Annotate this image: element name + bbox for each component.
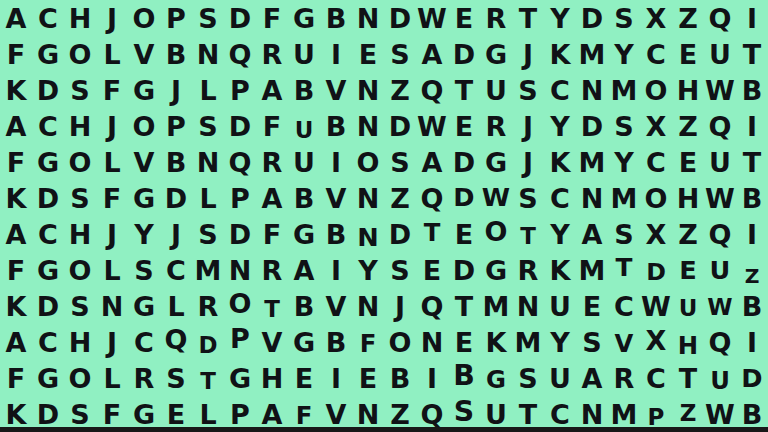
grid-cell[interactable]: H: [64, 108, 96, 144]
grid-cell[interactable]: S: [512, 180, 544, 216]
grid-cell[interactable]: N: [352, 108, 384, 144]
grid-cell[interactable]: S: [192, 0, 224, 36]
grid-cell[interactable]: U: [704, 36, 736, 72]
grid-cell[interactable]: R: [480, 108, 512, 144]
grid-cell[interactable]: I: [416, 360, 448, 396]
grid-cell[interactable]: J: [160, 216, 192, 252]
grid-cell[interactable]: L: [96, 252, 128, 288]
grid-cell[interactable]: N: [192, 144, 224, 180]
grid-cell[interactable]: G: [128, 72, 160, 108]
grid-cell[interactable]: P: [224, 72, 256, 108]
grid-cell[interactable]: C: [32, 324, 64, 360]
grid-cell[interactable]: D: [576, 0, 608, 36]
grid-cell[interactable]: D: [384, 216, 416, 252]
grid-cell[interactable]: S: [128, 252, 160, 288]
grid-cell[interactable]: D: [32, 288, 64, 324]
grid-cell[interactable]: F: [96, 180, 128, 216]
grid-cell[interactable]: T: [736, 36, 768, 72]
grid-cell[interactable]: D: [448, 252, 480, 288]
grid-cell[interactable]: D: [448, 180, 480, 216]
grid-cell[interactable]: Q: [224, 36, 256, 72]
grid-cell[interactable]: I: [736, 216, 768, 252]
grid-cell[interactable]: K: [0, 72, 32, 108]
grid-cell[interactable]: M: [608, 180, 640, 216]
grid-cell[interactable]: D: [384, 108, 416, 144]
grid-cell[interactable]: L: [192, 180, 224, 216]
grid-cell[interactable]: W: [704, 289, 736, 325]
grid-cell[interactable]: G: [288, 0, 320, 36]
grid-cell[interactable]: A: [256, 72, 288, 108]
grid-cell[interactable]: C: [32, 0, 64, 36]
grid-cell[interactable]: G: [480, 144, 512, 180]
grid-cell[interactable]: N: [352, 180, 384, 216]
grid-cell[interactable]: L: [192, 72, 224, 108]
grid-cell[interactable]: P: [160, 108, 192, 144]
grid-cell[interactable]: M: [576, 144, 608, 180]
grid-cell[interactable]: P: [224, 180, 256, 216]
grid-cell[interactable]: G: [288, 324, 320, 360]
grid-cell[interactable]: Z: [384, 180, 416, 216]
grid-cell[interactable]: D: [640, 255, 672, 291]
grid-cell[interactable]: M: [576, 252, 608, 288]
grid-cell[interactable]: Q: [704, 108, 736, 144]
grid-cell[interactable]: U: [288, 144, 320, 180]
grid-cell[interactable]: C: [32, 108, 64, 144]
grid-cell[interactable]: C: [160, 252, 192, 288]
grid-cell[interactable]: H: [672, 72, 704, 108]
grid-cell[interactable]: F: [96, 72, 128, 108]
grid-cell[interactable]: T: [672, 360, 704, 396]
grid-cell[interactable]: N: [416, 324, 448, 360]
grid-cell[interactable]: D: [384, 0, 416, 36]
grid-cell[interactable]: K: [0, 180, 32, 216]
grid-cell[interactable]: B: [320, 216, 352, 252]
grid-cell[interactable]: F: [0, 144, 32, 180]
grid-cell[interactable]: C: [640, 36, 672, 72]
grid-cell[interactable]: R: [192, 288, 224, 324]
grid-cell[interactable]: N: [352, 0, 384, 36]
grid-cell[interactable]: Q: [704, 216, 736, 252]
grid-cell[interactable]: S: [576, 324, 608, 360]
grid-cell[interactable]: X: [640, 322, 672, 358]
grid-cell[interactable]: H: [672, 328, 704, 364]
grid-cell[interactable]: Z: [736, 258, 768, 294]
grid-cell[interactable]: Z: [672, 0, 704, 36]
grid-cell[interactable]: G: [128, 180, 160, 216]
grid-cell[interactable]: S: [512, 72, 544, 108]
grid-cell[interactable]: R: [256, 144, 288, 180]
grid-cell[interactable]: M: [608, 72, 640, 108]
grid-cell[interactable]: C: [544, 72, 576, 108]
grid-cell[interactable]: O: [64, 36, 96, 72]
grid-cell[interactable]: P: [160, 0, 192, 36]
grid-cell[interactable]: J: [160, 72, 192, 108]
grid-cell[interactable]: B: [384, 360, 416, 396]
grid-cell[interactable]: W: [704, 72, 736, 108]
grid-cell[interactable]: J: [512, 108, 544, 144]
grid-cell[interactable]: I: [320, 144, 352, 180]
grid-cell[interactable]: U: [480, 72, 512, 108]
grid-cell[interactable]: R: [480, 0, 512, 36]
grid-cell[interactable]: R: [256, 252, 288, 288]
grid-cell[interactable]: O: [640, 180, 672, 216]
grid-cell[interactable]: V: [320, 180, 352, 216]
grid-cell[interactable]: N: [352, 72, 384, 108]
grid-cell[interactable]: X: [640, 216, 672, 252]
grid-cell[interactable]: Q: [160, 321, 192, 357]
grid-cell[interactable]: H: [64, 324, 96, 360]
grid-cell[interactable]: E: [448, 324, 480, 360]
grid-cell[interactable]: U: [544, 288, 576, 324]
grid-cell[interactable]: W: [416, 0, 448, 36]
grid-cell[interactable]: G: [128, 288, 160, 324]
grid-cell[interactable]: N: [192, 36, 224, 72]
grid-cell[interactable]: S: [192, 216, 224, 252]
grid-cell[interactable]: S: [64, 180, 96, 216]
grid-cell[interactable]: M: [576, 36, 608, 72]
grid-cell[interactable]: A: [0, 216, 32, 252]
grid-cell[interactable]: Y: [608, 36, 640, 72]
grid-cell[interactable]: A: [416, 36, 448, 72]
grid-cell[interactable]: S: [448, 394, 480, 430]
grid-cell[interactable]: F: [0, 36, 32, 72]
grid-cell[interactable]: K: [544, 144, 576, 180]
grid-cell[interactable]: J: [96, 324, 128, 360]
grid-cell[interactable]: E: [576, 288, 608, 324]
grid-cell[interactable]: S: [64, 288, 96, 324]
grid-cell[interactable]: Q: [224, 144, 256, 180]
grid-cell[interactable]: F: [352, 326, 384, 362]
grid-cell[interactable]: U: [704, 363, 736, 399]
grid-cell[interactable]: Y: [544, 0, 576, 36]
grid-cell[interactable]: A: [0, 108, 32, 144]
grid-cell[interactable]: K: [480, 324, 512, 360]
grid-cell[interactable]: U: [704, 144, 736, 180]
grid-cell[interactable]: Q: [704, 324, 736, 360]
grid-cell[interactable]: A: [0, 324, 32, 360]
grid-cell[interactable]: N: [352, 220, 384, 256]
grid-cell[interactable]: E: [448, 216, 480, 252]
grid-cell[interactable]: H: [672, 180, 704, 216]
grid-cell[interactable]: T: [608, 250, 640, 286]
grid-cell[interactable]: D: [32, 180, 64, 216]
grid-cell[interactable]: B: [288, 288, 320, 324]
grid-cell[interactable]: C: [640, 144, 672, 180]
grid-cell[interactable]: E: [448, 108, 480, 144]
grid-cell[interactable]: T: [512, 0, 544, 36]
grid-cell[interactable]: T: [512, 218, 544, 254]
grid-cell[interactable]: E: [672, 144, 704, 180]
grid-cell[interactable]: S: [192, 108, 224, 144]
grid-cell[interactable]: V: [256, 324, 288, 360]
grid-cell[interactable]: E: [672, 253, 704, 289]
grid-cell[interactable]: G: [32, 360, 64, 396]
grid-cell[interactable]: T: [448, 288, 480, 324]
grid-cell[interactable]: O: [128, 108, 160, 144]
grid-cell[interactable]: S: [608, 108, 640, 144]
grid-cell[interactable]: K: [544, 252, 576, 288]
grid-cell[interactable]: U: [288, 36, 320, 72]
grid-cell[interactable]: S: [512, 360, 544, 396]
grid-cell[interactable]: V: [608, 326, 640, 362]
grid-cell[interactable]: O: [480, 213, 512, 249]
grid-cell[interactable]: J: [96, 0, 128, 36]
grid-cell[interactable]: H: [64, 216, 96, 252]
grid-cell[interactable]: K: [544, 36, 576, 72]
grid-cell[interactable]: E: [288, 360, 320, 396]
grid-cell[interactable]: P: [224, 320, 256, 356]
grid-cell[interactable]: X: [640, 108, 672, 144]
grid-cell[interactable]: Y: [544, 216, 576, 252]
grid-cell[interactable]: W: [704, 180, 736, 216]
grid-cell[interactable]: S: [384, 252, 416, 288]
grid-cell[interactable]: G: [224, 360, 256, 396]
grid-cell[interactable]: A: [288, 252, 320, 288]
grid-cell[interactable]: S: [384, 36, 416, 72]
grid-cell[interactable]: Y: [352, 252, 384, 288]
grid-cell[interactable]: D: [192, 327, 224, 363]
grid-cell[interactable]: S: [608, 216, 640, 252]
grid-cell[interactable]: B: [736, 180, 768, 216]
grid-cell[interactable]: Y: [128, 216, 160, 252]
grid-cell[interactable]: Q: [416, 72, 448, 108]
grid-cell[interactable]: L: [96, 144, 128, 180]
grid-cell[interactable]: S: [384, 144, 416, 180]
grid-cell[interactable]: S: [160, 360, 192, 396]
grid-cell[interactable]: R: [608, 360, 640, 396]
grid-cell[interactable]: A: [0, 0, 32, 36]
grid-cell[interactable]: B: [736, 72, 768, 108]
grid-cell[interactable]: C: [608, 288, 640, 324]
grid-cell[interactable]: B: [448, 358, 480, 394]
grid-cell[interactable]: S: [64, 72, 96, 108]
grid-cell[interactable]: R: [512, 252, 544, 288]
grid-cell[interactable]: N: [352, 288, 384, 324]
grid-cell[interactable]: G: [32, 144, 64, 180]
grid-cell[interactable]: B: [320, 108, 352, 144]
grid-cell[interactable]: R: [256, 36, 288, 72]
grid-cell[interactable]: G: [480, 252, 512, 288]
grid-cell[interactable]: B: [320, 0, 352, 36]
grid-cell[interactable]: I: [320, 252, 352, 288]
grid-cell[interactable]: Q: [416, 180, 448, 216]
grid-cell[interactable]: Q: [704, 0, 736, 36]
grid-cell[interactable]: Z: [672, 395, 704, 431]
grid-cell[interactable]: O: [64, 360, 96, 396]
grid-cell[interactable]: T: [256, 291, 288, 327]
grid-cell[interactable]: C: [128, 324, 160, 360]
grid-cell[interactable]: I: [320, 360, 352, 396]
grid-cell[interactable]: F: [256, 216, 288, 252]
grid-cell[interactable]: B: [320, 324, 352, 360]
grid-cell[interactable]: Y: [544, 324, 576, 360]
grid-cell[interactable]: H: [256, 360, 288, 396]
grid-cell[interactable]: I: [320, 36, 352, 72]
grid-cell[interactable]: D: [576, 108, 608, 144]
grid-cell[interactable]: E: [352, 360, 384, 396]
grid-cell[interactable]: B: [160, 144, 192, 180]
grid-cell[interactable]: Z: [384, 72, 416, 108]
grid-cell[interactable]: J: [96, 108, 128, 144]
grid-cell[interactable]: N: [576, 180, 608, 216]
grid-cell[interactable]: J: [512, 36, 544, 72]
grid-cell[interactable]: S: [608, 0, 640, 36]
grid-cell[interactable]: U: [288, 112, 320, 148]
grid-cell[interactable]: D: [32, 72, 64, 108]
grid-cell[interactable]: U: [704, 253, 736, 289]
grid-cell[interactable]: M: [512, 324, 544, 360]
grid-cell[interactable]: Q: [416, 288, 448, 324]
grid-cell[interactable]: G: [32, 252, 64, 288]
grid-cell[interactable]: J: [512, 144, 544, 180]
grid-cell[interactable]: H: [64, 0, 96, 36]
grid-cell[interactable]: F: [256, 108, 288, 144]
grid-cell[interactable]: T: [416, 215, 448, 251]
grid-cell[interactable]: O: [64, 144, 96, 180]
grid-cell[interactable]: V: [128, 36, 160, 72]
grid-cell[interactable]: G: [480, 362, 512, 398]
grid-cell[interactable]: J: [96, 216, 128, 252]
grid-cell[interactable]: W: [640, 288, 672, 324]
grid-cell[interactable]: F: [0, 360, 32, 396]
grid-cell[interactable]: C: [32, 216, 64, 252]
grid-cell[interactable]: J: [384, 288, 416, 324]
grid-cell[interactable]: D: [448, 144, 480, 180]
grid-cell[interactable]: G: [32, 36, 64, 72]
grid-cell[interactable]: V: [128, 144, 160, 180]
grid-cell[interactable]: I: [736, 324, 768, 360]
grid-cell[interactable]: D: [224, 216, 256, 252]
grid-cell[interactable]: V: [320, 72, 352, 108]
grid-cell[interactable]: T: [448, 72, 480, 108]
grid-cell[interactable]: D: [160, 180, 192, 216]
grid-cell[interactable]: Z: [672, 216, 704, 252]
grid-cell[interactable]: F: [0, 252, 32, 288]
grid-cell[interactable]: G: [480, 36, 512, 72]
grid-cell[interactable]: A: [256, 180, 288, 216]
grid-cell[interactable]: U: [544, 360, 576, 396]
grid-cell[interactable]: Z: [672, 108, 704, 144]
grid-cell[interactable]: X: [640, 0, 672, 36]
bottom-bar: [0, 427, 768, 432]
grid-cell[interactable]: W: [416, 108, 448, 144]
grid-cell[interactable]: V: [320, 288, 352, 324]
grid-cell[interactable]: D: [224, 0, 256, 36]
grid-cell[interactable]: I: [736, 108, 768, 144]
grid-cell[interactable]: O: [640, 72, 672, 108]
grid-cell[interactable]: E: [416, 252, 448, 288]
grid-cell[interactable]: N: [96, 288, 128, 324]
grid-cell[interactable]: T: [736, 144, 768, 180]
grid-cell[interactable]: L: [96, 360, 128, 396]
grid-cell[interactable]: O: [64, 252, 96, 288]
grid-cell[interactable]: N: [224, 252, 256, 288]
grid-cell[interactable]: O: [224, 285, 256, 321]
grid-cell[interactable]: E: [352, 36, 384, 72]
word-search-board: ACHJOPSDFGBNDWERTYDSXZQIFGOLVBNQRUIESADG…: [0, 0, 768, 432]
grid-cell[interactable]: C: [640, 360, 672, 396]
grid-cell[interactable]: D: [448, 36, 480, 72]
grid-cell[interactable]: N: [576, 72, 608, 108]
word-search-puzzle: ACHJOPSDFGBNDWERTYDSXZQIFGOLVBNQRUIESADG…: [0, 0, 768, 432]
grid-cell[interactable]: M: [480, 288, 512, 324]
grid-cell[interactable]: M: [192, 252, 224, 288]
grid-cell[interactable]: Y: [544, 108, 576, 144]
grid-cell[interactable]: R: [128, 360, 160, 396]
grid-cell[interactable]: D: [736, 361, 768, 397]
grid-cell[interactable]: B: [288, 180, 320, 216]
grid-cell[interactable]: Y: [608, 144, 640, 180]
grid-cell[interactable]: A: [576, 360, 608, 396]
grid-cell[interactable]: O: [384, 324, 416, 360]
grid-cell[interactable]: T: [192, 363, 224, 399]
grid-cell[interactable]: U: [672, 290, 704, 326]
grid-cell[interactable]: C: [544, 180, 576, 216]
grid-cell[interactable]: D: [224, 108, 256, 144]
grid-cell[interactable]: L: [160, 288, 192, 324]
grid-cell[interactable]: A: [416, 144, 448, 180]
grid-cell[interactable]: W: [480, 180, 512, 216]
grid-cell[interactable]: N: [512, 288, 544, 324]
grid-cell[interactable]: B: [288, 72, 320, 108]
grid-cell[interactable]: K: [0, 288, 32, 324]
grid-cell[interactable]: E: [448, 0, 480, 36]
grid-cell[interactable]: O: [352, 144, 384, 180]
grid-cell[interactable]: I: [736, 0, 768, 36]
grid-cell[interactable]: O: [128, 0, 160, 36]
grid-cell[interactable]: F: [256, 0, 288, 36]
grid-cell[interactable]: L: [96, 36, 128, 72]
grid-cell[interactable]: A: [576, 216, 608, 252]
grid-cell[interactable]: B: [160, 36, 192, 72]
grid-cell[interactable]: G: [288, 216, 320, 252]
grid-cell[interactable]: E: [672, 36, 704, 72]
